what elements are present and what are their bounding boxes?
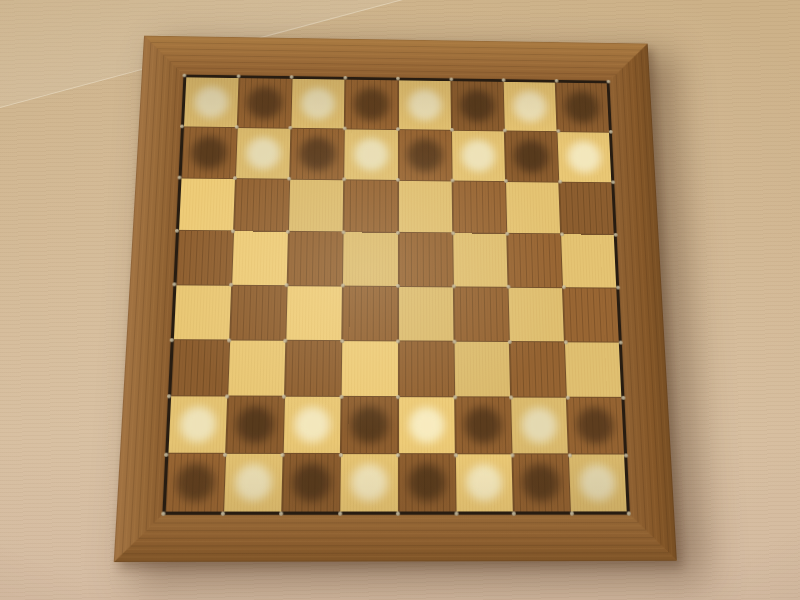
square-d6 [344, 181, 398, 233]
square-d2 [341, 397, 397, 453]
piece-wear-mark [288, 460, 334, 506]
square-h3 [565, 342, 622, 397]
square-a7 [182, 127, 237, 178]
square-h2 [567, 397, 624, 453]
piece-wear-mark [347, 402, 392, 447]
square-h1 [569, 454, 627, 511]
chessboard [114, 36, 677, 562]
square-g2 [511, 397, 568, 453]
square-a6 [179, 179, 235, 231]
square-b2 [226, 396, 284, 453]
square-c6 [289, 180, 343, 232]
piece-wear-mark [232, 402, 278, 447]
square-h6 [559, 183, 614, 234]
square-g6 [506, 182, 560, 233]
piece-wear-mark [405, 404, 447, 447]
piece-wear-mark [348, 461, 391, 505]
piece-wear-mark [243, 134, 284, 173]
piece-wear-mark [351, 136, 391, 174]
square-f1 [455, 454, 512, 511]
piece-wear-mark [572, 403, 618, 448]
square-b1 [224, 454, 283, 512]
piece-wear-mark [458, 137, 498, 175]
photo-scene [0, 0, 800, 600]
square-f5 [453, 234, 507, 287]
square-f4 [453, 287, 508, 341]
piece-wear-mark [561, 88, 604, 127]
piece-wear-mark [576, 461, 620, 504]
square-d5 [343, 233, 397, 286]
square-a4 [174, 285, 231, 339]
square-d8 [345, 80, 397, 130]
piece-wear-mark [518, 460, 564, 506]
square-d4 [343, 286, 398, 340]
square-h5 [561, 235, 616, 287]
square-e1 [399, 454, 456, 511]
square-g8 [503, 82, 556, 131]
piece-wear-mark [404, 460, 449, 506]
piece-wear-mark [564, 138, 605, 176]
square-c5 [288, 232, 343, 285]
piece-wear-mark [460, 403, 505, 448]
square-e5 [398, 233, 452, 286]
board-box [114, 36, 677, 562]
square-d1 [341, 454, 398, 512]
piece-wear-mark [462, 461, 505, 505]
square-a5 [176, 231, 233, 284]
piece-wear-mark [296, 134, 339, 175]
square-h7 [557, 132, 611, 182]
piece-wear-mark [231, 461, 276, 505]
square-b7 [236, 128, 291, 179]
board-frame-bottom [114, 515, 677, 562]
piece-wear-mark [510, 137, 553, 177]
square-f3 [454, 341, 510, 396]
square-c2 [284, 396, 341, 452]
square-f7 [452, 131, 505, 181]
piece-wear-mark [405, 86, 445, 124]
square-b8 [238, 78, 292, 128]
square-g5 [507, 234, 562, 287]
square-d3 [342, 341, 397, 396]
piece-wear-mark [518, 404, 561, 447]
square-g4 [508, 287, 563, 341]
piece-wear-mark [172, 459, 220, 505]
square-e7 [398, 130, 451, 181]
square-a1 [166, 454, 226, 512]
piece-wear-mark [404, 135, 446, 175]
square-c8 [292, 79, 345, 129]
square-c7 [290, 129, 344, 180]
piece-wear-mark [298, 85, 338, 123]
playing-area [162, 75, 630, 515]
square-c4 [287, 286, 343, 340]
piece-wear-mark [456, 86, 498, 126]
square-e6 [398, 181, 451, 233]
piece-wear-mark [176, 403, 221, 446]
square-f2 [455, 397, 511, 453]
square-b4 [230, 285, 287, 339]
square-c1 [283, 454, 341, 512]
square-h8 [556, 83, 609, 132]
piece-wear-mark [191, 83, 233, 121]
piece-wear-mark [243, 83, 286, 123]
square-a3 [171, 340, 229, 395]
square-h4 [563, 288, 619, 342]
square-b3 [228, 340, 285, 395]
square-a8 [184, 77, 239, 127]
piece-wear-mark [187, 133, 231, 174]
square-d7 [345, 130, 398, 181]
square-f8 [451, 81, 504, 130]
square-e8 [398, 80, 450, 130]
piece-wear-mark [291, 403, 334, 446]
square-e3 [399, 341, 454, 396]
square-b5 [232, 232, 288, 285]
square-f6 [452, 182, 506, 234]
square-g7 [505, 132, 559, 182]
square-g3 [510, 342, 566, 397]
square-c3 [285, 340, 341, 395]
square-e4 [398, 286, 453, 340]
piece-wear-mark [350, 85, 392, 125]
square-e2 [399, 397, 455, 453]
piece-wear-mark [510, 88, 550, 126]
square-b6 [234, 179, 289, 231]
square-g1 [512, 454, 570, 511]
board-grid [166, 77, 627, 511]
square-a2 [168, 396, 227, 453]
